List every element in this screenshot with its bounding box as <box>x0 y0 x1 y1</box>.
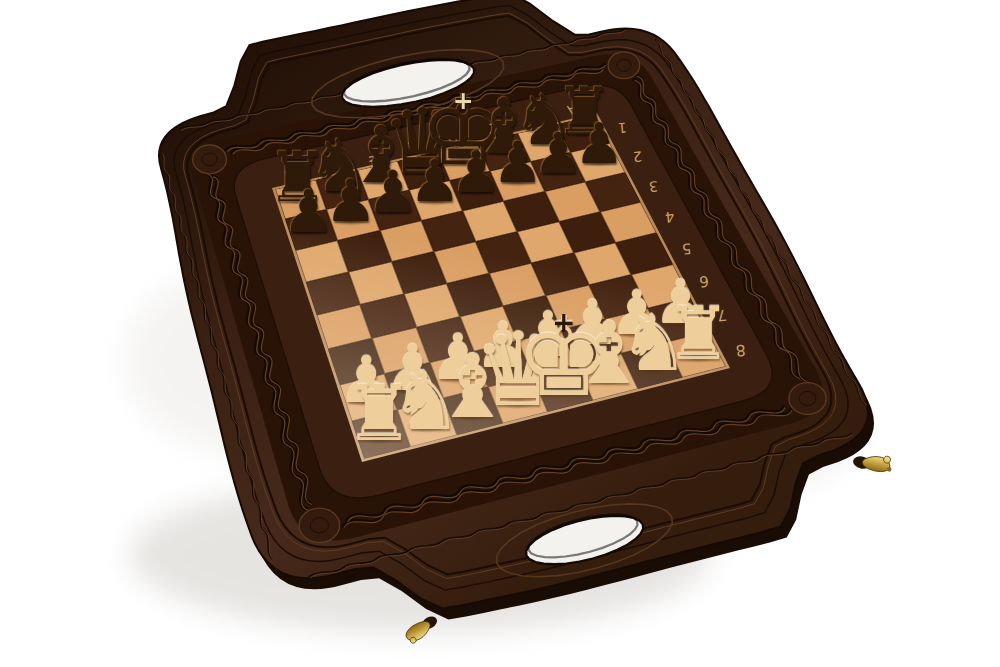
corner-medallion-4 <box>299 508 339 542</box>
corner-medallion-3 <box>789 383 826 415</box>
rank-label-3: 3 <box>648 178 659 195</box>
rank-label-4: 4 <box>664 209 675 226</box>
rank-label-1: 1 <box>617 120 627 137</box>
corner-medallion-1 <box>193 145 227 174</box>
rank-label-7: 7 <box>716 306 728 325</box>
product-photo-scene: ABCDEFGH12345678 ♜♞♝♛♚+♝♞♜♟♟♟♟♟♟♟♟♟♟♟♟♟♟… <box>0 0 1000 667</box>
brass-clasp-right <box>852 450 894 475</box>
rank-label-5: 5 <box>681 240 692 258</box>
rank-label-8: 8 <box>735 340 747 359</box>
corner-medallion-2 <box>608 52 640 79</box>
rank-label-6: 6 <box>698 272 709 291</box>
rank-label-2: 2 <box>632 148 642 165</box>
